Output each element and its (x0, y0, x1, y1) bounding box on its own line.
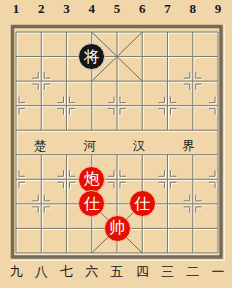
river-text-han: 汉 (133, 138, 146, 155)
river-text-he: 河 (83, 138, 96, 155)
xiangqi-app: 1 2 3 4 5 6 7 8 9 楚 河 汉 界 将 炮 仕 仕 帅 九 八 … (0, 0, 232, 288)
red-advisor-right[interactable]: 仕 (129, 190, 156, 217)
river-text-jie: 界 (182, 138, 195, 155)
river-text-chu: 楚 (34, 138, 47, 155)
red-general[interactable]: 帅 (104, 215, 131, 242)
red-cannon[interactable]: 炮 (78, 166, 105, 193)
